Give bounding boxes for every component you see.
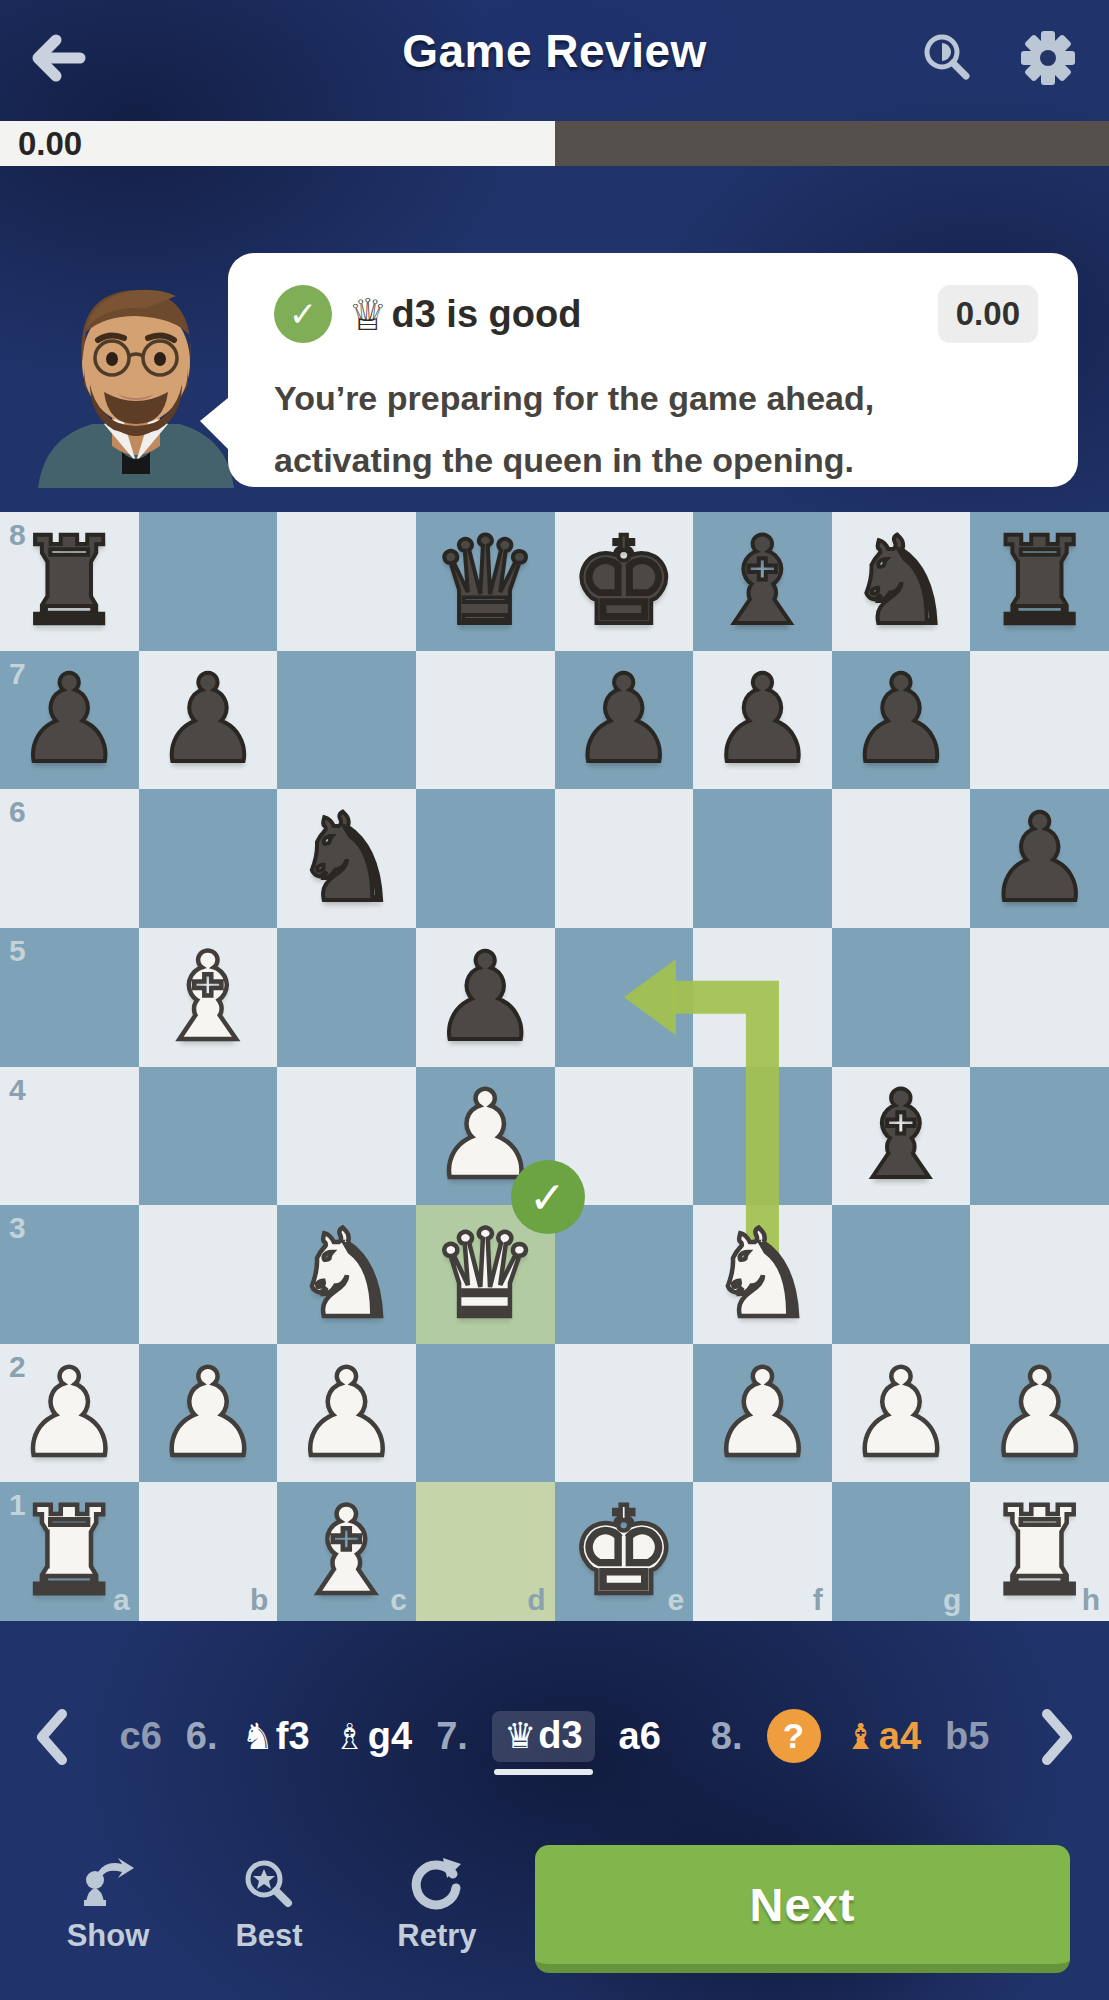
key-moments-button[interactable] <box>912 28 984 92</box>
piece-black-pawn-a7[interactable]: ♟ <box>0 651 139 790</box>
piece-black-pawn-h6[interactable]: ♟ <box>970 789 1109 928</box>
move-f3[interactable]: ♞f3 <box>242 1715 310 1758</box>
coach-avatar <box>26 266 246 492</box>
piece-white-bishop-c1[interactable]: ♝ <box>277 1482 416 1621</box>
piece-black-knight-g8[interactable]: ♞ <box>832 512 971 651</box>
show-label: Show <box>67 1918 150 1954</box>
evaluation-bar: 0.00 <box>0 121 1109 166</box>
next-label: Next <box>750 1877 856 1932</box>
piece-black-pawn-b7[interactable]: ♟ <box>139 651 278 790</box>
coach-comment: You’re preparing for the game ahead, act… <box>274 367 1038 491</box>
move-c6[interactable]: c6 <box>120 1715 162 1758</box>
piece-black-bishop-f8[interactable]: ♝ <box>693 512 832 651</box>
evaluation-bar-white: 0.00 <box>0 121 555 166</box>
retry-label: Retry <box>397 1918 476 1954</box>
evaluation-value: 0.00 <box>0 125 82 163</box>
piece-white-rook-h1[interactable]: ♜ <box>970 1482 1109 1621</box>
move-assessment-title: d3 is good <box>391 293 937 336</box>
move-b5[interactable]: b5 <box>945 1715 989 1758</box>
piece-black-king-e8[interactable]: ♚ <box>555 512 694 651</box>
good-move-check-icon: ✓ <box>274 285 332 343</box>
piece-white-pawn-b2[interactable]: ♟ <box>139 1344 278 1483</box>
piece-black-pawn-e7[interactable]: ♟ <box>555 651 694 790</box>
best-move-icon <box>241 1856 297 1912</box>
next-move-button[interactable] <box>1033 1706 1083 1768</box>
best-label: Best <box>235 1918 302 1954</box>
next-button[interactable]: Next <box>535 1845 1070 1973</box>
coach-speech-bubble: ✓ ♕ d3 is good 0.00 You’re preparing for… <box>228 253 1078 487</box>
evaluation-badge: 0.00 <box>938 285 1038 343</box>
piece-white-bishop-b5[interactable]: ♝ <box>139 928 278 1067</box>
piece-white-pawn-c2[interactable]: ♟ <box>277 1344 416 1483</box>
show-move-icon <box>78 1856 138 1912</box>
good-move-badge: ✓ <box>511 1160 585 1234</box>
chess-board[interactable]: 87654321abcdefgh♜♛♚♝♞♜♟♟♟♟♟♞♟♝♟♟♝♞♛♞♟♟♟♟… <box>0 512 1109 1621</box>
retry-icon <box>409 1856 465 1912</box>
piece-white-knight-f3[interactable]: ♞ <box>693 1205 832 1344</box>
piece-white-pawn-a2[interactable]: ♟ <box>0 1344 139 1483</box>
piece-black-bishop-g4[interactable]: ♝ <box>832 1067 971 1206</box>
piece-black-pawn-d5[interactable]: ♟ <box>416 928 555 1067</box>
mistake-badge[interactable]: ? <box>767 1709 821 1763</box>
piece-black-pawn-g7[interactable]: ♟ <box>832 651 971 790</box>
settings-button[interactable] <box>1012 28 1084 92</box>
piece-black-rook-h8[interactable]: ♜ <box>970 512 1109 651</box>
move-7[interactable]: 7. <box>436 1715 468 1758</box>
move-piece-icon: ♞ <box>242 1716 274 1757</box>
piece-black-queen-d8[interactable]: ♛ <box>416 512 555 651</box>
piece-white-rook-a1[interactable]: ♜ <box>0 1482 139 1621</box>
move-a6[interactable]: a6 <box>619 1715 661 1758</box>
move-piece-icon: ♝ <box>845 1716 877 1757</box>
game-review-screen: Game Review <box>0 0 1109 2000</box>
magnifier-icon <box>918 28 978 92</box>
piece-black-rook-a8[interactable]: ♜ <box>0 512 139 651</box>
move-8[interactable]: 8. <box>711 1715 743 1758</box>
move-list: c66.♞f3♗g47.♛d3a68.?♝a4b5 <box>0 1692 1109 1780</box>
move-6[interactable]: 6. <box>186 1715 218 1758</box>
piece-white-pawn-f2[interactable]: ♟ <box>693 1344 832 1483</box>
move-g4[interactable]: ♗g4 <box>334 1715 413 1758</box>
retry-button[interactable]: Retry <box>372 1856 502 1954</box>
move-piece-icon: ♗ <box>334 1716 366 1757</box>
piece-black-knight-c6[interactable]: ♞ <box>277 789 416 928</box>
move-piece-icon: ♛ <box>504 1715 536 1756</box>
best-button[interactable]: Best <box>204 1856 334 1954</box>
piece-white-knight-c3[interactable]: ♞ <box>277 1205 416 1344</box>
piece-black-pawn-f7[interactable]: ♟ <box>693 651 832 790</box>
piece-white-pawn-g2[interactable]: ♟ <box>832 1344 971 1483</box>
move-a4[interactable]: ♝a4 <box>845 1715 922 1758</box>
queen-icon: ♕ <box>348 289 387 340</box>
gear-icon <box>1017 27 1079 93</box>
move-d3[interactable]: ♛d3 <box>492 1711 595 1762</box>
piece-white-king-e1[interactable]: ♚ <box>555 1482 694 1621</box>
show-button[interactable]: Show <box>43 1856 173 1954</box>
piece-white-pawn-h2[interactable]: ♟ <box>970 1344 1109 1483</box>
